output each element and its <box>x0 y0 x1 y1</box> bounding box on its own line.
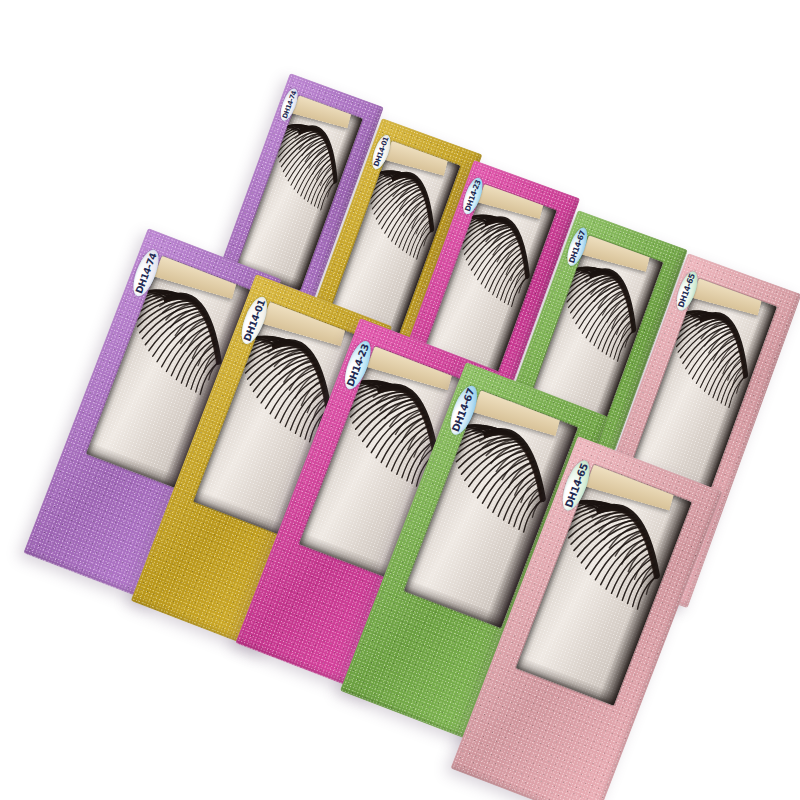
product-photo: DH14-74 DH14-01 DH14-23 <box>0 0 800 800</box>
